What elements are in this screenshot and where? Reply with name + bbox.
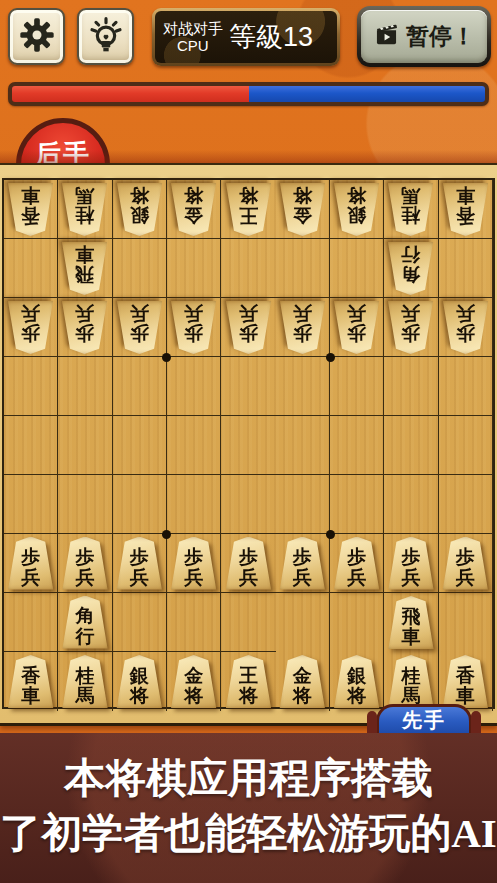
sente-gold[interactable]: 金将 [170,655,217,708]
board-cell-r5-c3[interactable] [113,416,167,475]
lightbulb-icon [86,15,126,59]
board-cell-r6-c6[interactable] [276,475,330,534]
piece-face: 桂馬 [61,655,108,708]
piece-face: 歩兵 [116,301,163,354]
hint-button[interactable] [77,8,134,65]
piece-label: 銀将 [130,666,149,708]
piece-label: 銀将 [347,183,366,225]
piece-label: 香車 [21,666,40,708]
board-cell-r4-c5[interactable] [221,357,275,416]
board-cell-r5-c1[interactable] [4,416,58,475]
caption-line-1: 本将棋应用程序搭载 [64,755,433,802]
board-cell-r2-c6[interactable] [276,239,330,298]
gote-pawn[interactable]: 歩兵 [442,301,489,354]
board-cell-r7-c4[interactable]: 歩兵 [167,534,221,593]
piece-label: 桂馬 [75,183,94,225]
sente-player-badge: 先手 [376,704,472,733]
board-cell-r6-c5[interactable] [221,475,275,534]
board-cell-r7-c5[interactable]: 歩兵 [221,534,275,593]
piece-label: 飛車 [401,607,420,649]
piece-label: 桂馬 [75,666,94,708]
star-point [162,530,171,539]
board-cell-r8-c8[interactable]: 飛車 [384,593,438,652]
board-cell-r5-c7[interactable] [330,416,384,475]
board-cell-r4-c2[interactable] [58,357,112,416]
sente-king[interactable]: 王将 [225,655,272,708]
piece-face: 金将 [279,183,326,236]
board-cell-r7-c2[interactable]: 歩兵 [58,534,112,593]
gote-pawn[interactable]: 歩兵 [116,301,163,354]
gote-pawn[interactable]: 歩兵 [225,301,272,354]
board-cell-r5-c2[interactable] [58,416,112,475]
board-cell-r6-c2[interactable] [58,475,112,534]
board-cell-r4-c9[interactable] [439,357,493,416]
sente-pawn[interactable]: 歩兵 [170,537,217,590]
piece-label: 歩兵 [293,301,312,343]
piece-face: 角行 [387,242,434,295]
pause-button[interactable]: 暂停！ [357,6,491,67]
piece-label: 王将 [239,666,258,708]
board-cell-r9-c8[interactable]: 桂馬 [384,652,438,711]
board-cell-r8-c4[interactable] [167,593,221,652]
opponent-title: 对战对手 [163,20,223,37]
piece-label: 金将 [184,666,203,708]
gote-pawn[interactable]: 歩兵 [387,301,434,354]
piece-face: 飛車 [387,596,434,649]
sente-label: 先手 [402,707,446,734]
piece-face: 飛車 [61,242,108,295]
board-cell-r4-c3[interactable] [113,357,167,416]
board-cell-r2-c1[interactable] [4,239,58,298]
clapperboard-icon [373,20,400,53]
piece-face: 歩兵 [442,537,489,590]
star-point [326,353,335,362]
piece-label: 歩兵 [293,547,312,589]
piece-label: 桂馬 [401,183,420,225]
gote-pawn[interactable]: 歩兵 [170,301,217,354]
gote-lance[interactable]: 香車 [7,183,54,236]
footer-caption-area: 本将棋应用程序搭载 了初学者也能轻松游玩的AI [0,733,497,883]
opponent-panel: 对战对手 CPU 等級13 [152,8,340,66]
piece-face: 桂馬 [387,655,434,708]
sente-knight[interactable]: 桂馬 [387,655,434,708]
piece-face: 歩兵 [279,537,326,590]
piece-face: 王将 [225,183,272,236]
board-cell-r9-c4[interactable]: 金将 [167,652,221,711]
settings-button[interactable] [8,8,65,65]
board-cell-r6-c9[interactable] [439,475,493,534]
piece-label: 歩兵 [456,301,475,343]
piece-label: 歩兵 [456,547,475,589]
opponent-labels: 对战对手 CPU [163,20,223,55]
gote-knight[interactable]: 桂馬 [61,183,108,236]
piece-face: 銀将 [333,183,380,236]
piece-label: 飛車 [75,242,94,284]
turn-eval-bar [8,82,489,106]
piece-label: 歩兵 [21,547,40,589]
piece-label: 金将 [184,183,203,225]
sente-pawn[interactable]: 歩兵 [442,537,489,590]
board-cell-r4-c7[interactable] [330,357,384,416]
board-cell-r1-c3[interactable]: 銀将 [113,180,167,239]
opponent-type: CPU [177,37,223,54]
shogi-board: 香車桂馬銀将金将王将金将銀将桂馬香車飛車角行歩兵歩兵歩兵歩兵歩兵歩兵歩兵歩兵歩兵… [0,163,497,726]
piece-label: 歩兵 [21,301,40,343]
gote-pawn[interactable]: 歩兵 [279,301,326,354]
piece-face: 歩兵 [442,301,489,354]
piece-label: 香車 [456,183,475,225]
piece-label: 歩兵 [401,301,420,343]
piece-face: 歩兵 [61,301,108,354]
board-cell-r3-c7[interactable]: 歩兵 [330,298,384,357]
sente-silver[interactable]: 銀将 [116,655,163,708]
board-cell-r9-c3[interactable]: 銀将 [113,652,167,711]
gear-icon [17,15,57,59]
piece-face: 銀将 [116,183,163,236]
sente-lance[interactable]: 香車 [7,655,54,708]
board-cell-r5-c8[interactable] [384,416,438,475]
piece-label: 歩兵 [347,547,366,589]
board-cell-r2-c3[interactable] [113,239,167,298]
piece-face: 歩兵 [170,301,217,354]
sente-gold[interactable]: 金将 [279,655,326,708]
piece-face: 銀将 [116,655,163,708]
board-cell-r2-c8[interactable]: 角行 [384,239,438,298]
board-cell-r5-c4[interactable] [167,416,221,475]
board-cell-r5-c9[interactable] [439,416,493,475]
board-cell-r8-c7[interactable] [330,593,384,652]
gote-silver[interactable]: 銀将 [333,183,380,236]
piece-label: 桂馬 [401,666,420,708]
piece-label: 角行 [401,242,420,284]
board-cell-r6-c8[interactable] [384,475,438,534]
board-cell-r8-c5[interactable] [221,593,275,652]
board-cell-r3-c4[interactable]: 歩兵 [167,298,221,357]
gote-pawn[interactable]: 歩兵 [333,301,380,354]
piece-face: 歩兵 [333,301,380,354]
board-cell-r1-c7[interactable]: 銀将 [330,180,384,239]
board-cell-r7-c7[interactable]: 歩兵 [330,534,384,593]
opponent-panel-inner: 对战对手 CPU 等級13 [155,11,337,63]
board-grid: 香車桂馬銀将金将王将金将銀将桂馬香車飛車角行歩兵歩兵歩兵歩兵歩兵歩兵歩兵歩兵歩兵… [2,178,495,709]
piece-label: 歩兵 [75,547,94,589]
board-cell-r4-c6[interactable] [276,357,330,416]
turn-bar-red-segment [12,86,249,102]
board-cell-r6-c1[interactable] [4,475,58,534]
piece-face: 金将 [170,183,217,236]
gote-bishop[interactable]: 角行 [387,242,434,295]
board-cell-r2-c4[interactable] [167,239,221,298]
piece-face: 歩兵 [170,537,217,590]
opponent-level: 等級13 [229,19,313,55]
gote-gold[interactable]: 金将 [170,183,217,236]
sente-pawn[interactable]: 歩兵 [116,537,163,590]
piece-face: 桂馬 [387,183,434,236]
piece-face: 歩兵 [7,301,54,354]
board-cell-r5-c6[interactable] [276,416,330,475]
board-cell-r7-c3[interactable]: 歩兵 [113,534,167,593]
board-cell-r1-c1[interactable]: 香車 [4,180,58,239]
board-cell-r6-c7[interactable] [330,475,384,534]
piece-label: 歩兵 [184,301,203,343]
board-cell-r2-c9[interactable] [439,239,493,298]
piece-face: 銀将 [333,655,380,708]
gote-pawn[interactable]: 歩兵 [7,301,54,354]
board-cell-r8-c3[interactable] [113,593,167,652]
board-cell-r2-c2[interactable]: 飛車 [58,239,112,298]
gote-silver[interactable]: 銀将 [116,183,163,236]
board-cell-r3-c8[interactable]: 歩兵 [384,298,438,357]
sente-silver[interactable]: 銀将 [333,655,380,708]
caption-line-2: 了初学者也能轻松游玩的AI [0,810,497,857]
piece-label: 歩兵 [239,547,258,589]
sente-pawn[interactable]: 歩兵 [225,537,272,590]
gote-knight[interactable]: 桂馬 [387,183,434,236]
piece-label: 歩兵 [184,547,203,589]
sente-pawn[interactable]: 歩兵 [61,537,108,590]
board-cell-r9-c1[interactable]: 香車 [4,652,58,711]
piece-label: 歩兵 [347,301,366,343]
board-cell-r8-c6[interactable] [276,593,330,652]
pause-button-inner: 暂停！ [361,10,487,63]
piece-face: 歩兵 [225,301,272,354]
piece-face: 歩兵 [7,537,54,590]
board-cell-r9-c2[interactable]: 桂馬 [58,652,112,711]
gote-king[interactable]: 王将 [225,183,272,236]
sente-bishop[interactable]: 角行 [61,596,108,649]
piece-label: 香車 [21,183,40,225]
sente-pawn[interactable]: 歩兵 [387,537,434,590]
board-cell-r8-c2[interactable]: 角行 [58,593,112,652]
piece-face: 歩兵 [279,301,326,354]
board-cell-r7-c9[interactable]: 歩兵 [439,534,493,593]
board-top-shadow [0,150,497,164]
board-cell-r8-c9[interactable] [439,593,493,652]
piece-face: 桂馬 [61,183,108,236]
board-cell-r1-c8[interactable]: 桂馬 [384,180,438,239]
gote-gold[interactable]: 金将 [279,183,326,236]
board-cell-r5-c5[interactable] [221,416,275,475]
piece-face: 金将 [279,655,326,708]
board-cell-r9-c7[interactable]: 銀将 [330,652,384,711]
board-cell-r9-c9[interactable]: 香車 [439,652,493,711]
piece-face: 歩兵 [333,537,380,590]
board-cell-r3-c9[interactable]: 歩兵 [439,298,493,357]
piece-face: 歩兵 [225,537,272,590]
board-cell-r1-c2[interactable]: 桂馬 [58,180,112,239]
piece-face: 歩兵 [387,301,434,354]
piece-label: 歩兵 [401,547,420,589]
piece-label: 銀将 [130,183,149,225]
sente-pawn[interactable]: 歩兵 [7,537,54,590]
board-cell-r1-c4[interactable]: 金将 [167,180,221,239]
piece-label: 金将 [293,183,312,225]
piece-face: 香車 [7,655,54,708]
board-cell-r2-c5[interactable] [221,239,275,298]
piece-label: 香車 [456,666,475,708]
board-cell-r7-c6[interactable]: 歩兵 [276,534,330,593]
sente-lance[interactable]: 香車 [442,655,489,708]
gote-rook[interactable]: 飛車 [61,242,108,295]
star-point [162,353,171,362]
board-cell-r4-c4[interactable] [167,357,221,416]
piece-label: 歩兵 [130,547,149,589]
piece-face: 角行 [61,596,108,649]
sente-pawn[interactable]: 歩兵 [279,537,326,590]
piece-face: 金将 [170,655,217,708]
piece-label: 歩兵 [75,301,94,343]
sente-rook[interactable]: 飛車 [387,596,434,649]
board-cell-r8-c1[interactable] [4,593,58,652]
piece-label: 歩兵 [239,301,258,343]
gote-pawn[interactable]: 歩兵 [61,301,108,354]
board-cell-r1-c6[interactable]: 金将 [276,180,330,239]
sente-knight[interactable]: 桂馬 [61,655,108,708]
sente-pawn[interactable]: 歩兵 [333,537,380,590]
piece-face: 香車 [442,655,489,708]
board-cell-r3-c6[interactable]: 歩兵 [276,298,330,357]
gote-lance[interactable]: 香車 [442,183,489,236]
board-cell-r9-c6[interactable]: 金将 [276,652,330,711]
board-cell-r6-c4[interactable] [167,475,221,534]
board-cell-r9-c5[interactable]: 王将 [221,652,275,711]
board-cell-r2-c7[interactable] [330,239,384,298]
board-cell-r1-c5[interactable]: 王将 [221,180,275,239]
piece-label: 歩兵 [130,301,149,343]
board-cell-r4-c8[interactable] [384,357,438,416]
piece-face: 香車 [442,183,489,236]
pause-button-label: 暂停！ [406,21,475,52]
board-cell-r7-c8[interactable]: 歩兵 [384,534,438,593]
board-cell-r3-c3[interactable]: 歩兵 [113,298,167,357]
star-point [326,530,335,539]
board-cell-r7-c1[interactable]: 歩兵 [4,534,58,593]
turn-bar-blue-segment [249,86,486,102]
board-cell-r3-c2[interactable]: 歩兵 [58,298,112,357]
shogi-app-screen: 对战对手 CPU 等級13 [0,0,497,883]
board-cell-r1-c9[interactable]: 香車 [439,180,493,239]
piece-label: 角行 [75,606,94,648]
piece-label: 王将 [239,183,258,225]
piece-label: 銀将 [347,666,366,708]
piece-label: 金将 [293,666,312,708]
board-cell-r3-c1[interactable]: 歩兵 [4,298,58,357]
piece-face: 歩兵 [116,537,163,590]
piece-face: 香車 [7,183,54,236]
piece-face: 王将 [225,655,272,708]
piece-face: 歩兵 [387,537,434,590]
piece-face: 歩兵 [61,537,108,590]
board-cell-r3-c5[interactable]: 歩兵 [221,298,275,357]
board-cell-r6-c3[interactable] [113,475,167,534]
board-cell-r4-c1[interactable] [4,357,58,416]
